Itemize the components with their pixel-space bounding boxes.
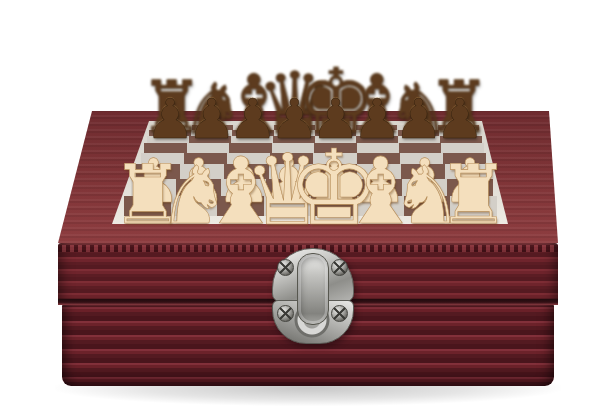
white-rook-h1[interactable]: ♜ <box>433 154 515 236</box>
chess-box-photo: ♜♞♝♛♚♝♞♜♟♟♟♟♟♟♟♟♟♟♟♟♟♟♟♟♜♞♝♛♚♝♞♜ <box>0 0 610 418</box>
screw-icon <box>331 305 348 322</box>
latch[interactable] <box>265 245 359 345</box>
black-pawn-h7[interactable]: ♟ <box>432 92 487 147</box>
screw-icon <box>277 259 294 276</box>
latch-tongue[interactable] <box>297 253 329 325</box>
screw-icon <box>331 259 348 276</box>
screw-icon <box>277 305 294 322</box>
